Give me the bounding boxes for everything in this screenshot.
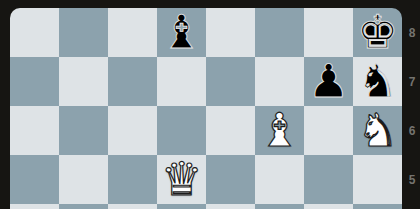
rank-label-5: 5	[404, 155, 420, 204]
square-d8[interactable]: ♝	[157, 8, 206, 57]
square-a5[interactable]	[10, 155, 59, 204]
square-h5[interactable]	[353, 155, 402, 204]
piece-white-queen[interactable]: ♛	[161, 156, 202, 202]
rank-label-7: 7	[404, 57, 420, 106]
piece-black-pawn[interactable]: ♟	[308, 58, 349, 104]
square-a6[interactable]	[10, 106, 59, 155]
rank-label-6: 6	[404, 106, 420, 155]
square-f6[interactable]: ♝	[255, 106, 304, 155]
square-b7[interactable]	[59, 57, 108, 106]
square-c6[interactable]	[108, 106, 157, 155]
square-b6[interactable]	[59, 106, 108, 155]
square-d6[interactable]	[157, 106, 206, 155]
square-c5[interactable]	[108, 155, 157, 204]
square-c7[interactable]	[108, 57, 157, 106]
square-e6[interactable]	[206, 106, 255, 155]
square-e8[interactable]	[206, 8, 255, 57]
square-a8[interactable]	[10, 8, 59, 57]
square-a7[interactable]	[10, 57, 59, 106]
rank-label-8: 8	[404, 8, 420, 57]
piece-white-knight[interactable]: ♞	[357, 107, 398, 153]
square-b5[interactable]	[59, 155, 108, 204]
square-f7[interactable]	[255, 57, 304, 106]
square-b8[interactable]	[59, 8, 108, 57]
piece-white-bishop[interactable]: ♝	[259, 107, 300, 153]
square-h8[interactable]: ♚	[353, 8, 402, 57]
square-f5[interactable]	[255, 155, 304, 204]
square-e4[interactable]	[206, 204, 255, 209]
square-c8[interactable]	[108, 8, 157, 57]
square-g7[interactable]: ♟	[304, 57, 353, 106]
square-d5[interactable]: ♛	[157, 155, 206, 204]
square-g8[interactable]	[304, 8, 353, 57]
piece-black-king[interactable]: ♚	[357, 9, 398, 55]
square-h4[interactable]	[353, 204, 402, 209]
piece-black-bishop[interactable]: ♝	[161, 9, 202, 55]
square-d7[interactable]	[157, 57, 206, 106]
square-e5[interactable]	[206, 155, 255, 204]
square-f8[interactable]	[255, 8, 304, 57]
square-e7[interactable]	[206, 57, 255, 106]
square-f4[interactable]	[255, 204, 304, 209]
chess-board-viewport: ♝♚♟♞♝♞♛ 8765	[0, 0, 420, 209]
square-g6[interactable]	[304, 106, 353, 155]
square-b4[interactable]	[59, 204, 108, 209]
piece-black-knight[interactable]: ♞	[357, 58, 398, 104]
square-c4[interactable]	[108, 204, 157, 209]
square-h6[interactable]: ♞	[353, 106, 402, 155]
square-g5[interactable]	[304, 155, 353, 204]
chess-board: ♝♚♟♞♝♞♛	[10, 8, 402, 209]
square-g4[interactable]	[304, 204, 353, 209]
square-a4[interactable]	[10, 204, 59, 209]
square-h7[interactable]: ♞	[353, 57, 402, 106]
